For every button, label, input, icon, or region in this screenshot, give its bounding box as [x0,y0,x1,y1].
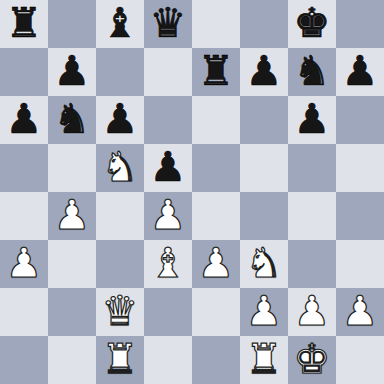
square-c1[interactable]: ♜ [96,336,144,384]
square-a1[interactable] [0,336,48,384]
square-f3[interactable]: ♞ [240,240,288,288]
black-knight-icon[interactable]: ♞ [294,47,331,95]
white-pawn-icon[interactable]: ♟ [54,191,91,239]
square-e7[interactable]: ♜ [192,48,240,96]
square-b6[interactable]: ♞ [48,96,96,144]
square-f7[interactable]: ♟ [240,48,288,96]
black-rook-icon[interactable]: ♜ [6,0,43,47]
white-rook-icon[interactable]: ♜ [246,335,283,383]
square-a4[interactable] [0,192,48,240]
square-a6[interactable]: ♟ [0,96,48,144]
black-pawn-icon[interactable]: ♟ [102,95,139,143]
square-e3[interactable]: ♟ [192,240,240,288]
white-pawn-icon[interactable]: ♟ [246,287,283,335]
square-d2[interactable] [144,288,192,336]
square-g5[interactable] [288,144,336,192]
square-h4[interactable] [336,192,384,240]
white-bishop-icon[interactable]: ♝ [150,239,187,287]
square-b1[interactable] [48,336,96,384]
square-h1[interactable] [336,336,384,384]
black-knight-icon[interactable]: ♞ [54,95,91,143]
square-h6[interactable] [336,96,384,144]
white-knight-icon[interactable]: ♞ [102,143,139,191]
square-e5[interactable] [192,144,240,192]
black-pawn-icon[interactable]: ♟ [246,47,283,95]
square-g2[interactable]: ♟ [288,288,336,336]
square-f1[interactable]: ♜ [240,336,288,384]
square-f4[interactable] [240,192,288,240]
square-c6[interactable]: ♟ [96,96,144,144]
square-b5[interactable] [48,144,96,192]
square-e1[interactable] [192,336,240,384]
square-c3[interactable] [96,240,144,288]
black-king-icon[interactable]: ♚ [294,0,331,47]
square-a7[interactable] [0,48,48,96]
square-h3[interactable] [336,240,384,288]
white-knight-icon[interactable]: ♞ [246,239,283,287]
square-b4[interactable]: ♟ [48,192,96,240]
square-f5[interactable] [240,144,288,192]
black-rook-icon[interactable]: ♜ [198,47,235,95]
black-pawn-icon[interactable]: ♟ [342,47,379,95]
square-g1[interactable]: ♚ [288,336,336,384]
white-pawn-icon[interactable]: ♟ [6,239,43,287]
square-d7[interactable] [144,48,192,96]
square-d4[interactable]: ♟ [144,192,192,240]
white-rook-icon[interactable]: ♜ [102,335,139,383]
white-pawn-icon[interactable]: ♟ [150,191,187,239]
square-d6[interactable] [144,96,192,144]
square-c4[interactable] [96,192,144,240]
square-b3[interactable] [48,240,96,288]
black-bishop-icon[interactable]: ♝ [102,0,139,47]
square-a3[interactable]: ♟ [0,240,48,288]
square-b2[interactable] [48,288,96,336]
square-a8[interactable]: ♜ [0,0,48,48]
chess-board: ♜♝♛♚♟♜♟♞♟♟♞♟♟♞♟♟♟♟♝♟♞♛♟♟♟♜♜♚ [0,0,384,384]
square-g3[interactable] [288,240,336,288]
square-d1[interactable] [144,336,192,384]
white-pawn-icon[interactable]: ♟ [342,287,379,335]
square-b8[interactable] [48,0,96,48]
white-pawn-icon[interactable]: ♟ [294,287,331,335]
square-e4[interactable] [192,192,240,240]
black-pawn-icon[interactable]: ♟ [54,47,91,95]
square-c8[interactable]: ♝ [96,0,144,48]
square-d5[interactable]: ♟ [144,144,192,192]
square-g4[interactable] [288,192,336,240]
square-a5[interactable] [0,144,48,192]
square-f8[interactable] [240,0,288,48]
square-c2[interactable]: ♛ [96,288,144,336]
square-b7[interactable]: ♟ [48,48,96,96]
square-g8[interactable]: ♚ [288,0,336,48]
square-h8[interactable] [336,0,384,48]
square-h5[interactable] [336,144,384,192]
square-h2[interactable]: ♟ [336,288,384,336]
square-g6[interactable]: ♟ [288,96,336,144]
black-pawn-icon[interactable]: ♟ [294,95,331,143]
square-g7[interactable]: ♞ [288,48,336,96]
white-queen-icon[interactable]: ♛ [102,287,139,335]
white-pawn-icon[interactable]: ♟ [198,239,235,287]
black-pawn-icon[interactable]: ♟ [150,143,187,191]
white-king-icon[interactable]: ♚ [294,335,331,383]
square-f6[interactable] [240,96,288,144]
square-f2[interactable]: ♟ [240,288,288,336]
square-d8[interactable]: ♛ [144,0,192,48]
square-e6[interactable] [192,96,240,144]
square-h7[interactable]: ♟ [336,48,384,96]
square-e8[interactable] [192,0,240,48]
black-queen-icon[interactable]: ♛ [150,0,187,47]
square-d3[interactable]: ♝ [144,240,192,288]
square-c5[interactable]: ♞ [96,144,144,192]
black-pawn-icon[interactable]: ♟ [6,95,43,143]
square-a2[interactable] [0,288,48,336]
square-c7[interactable] [96,48,144,96]
square-e2[interactable] [192,288,240,336]
